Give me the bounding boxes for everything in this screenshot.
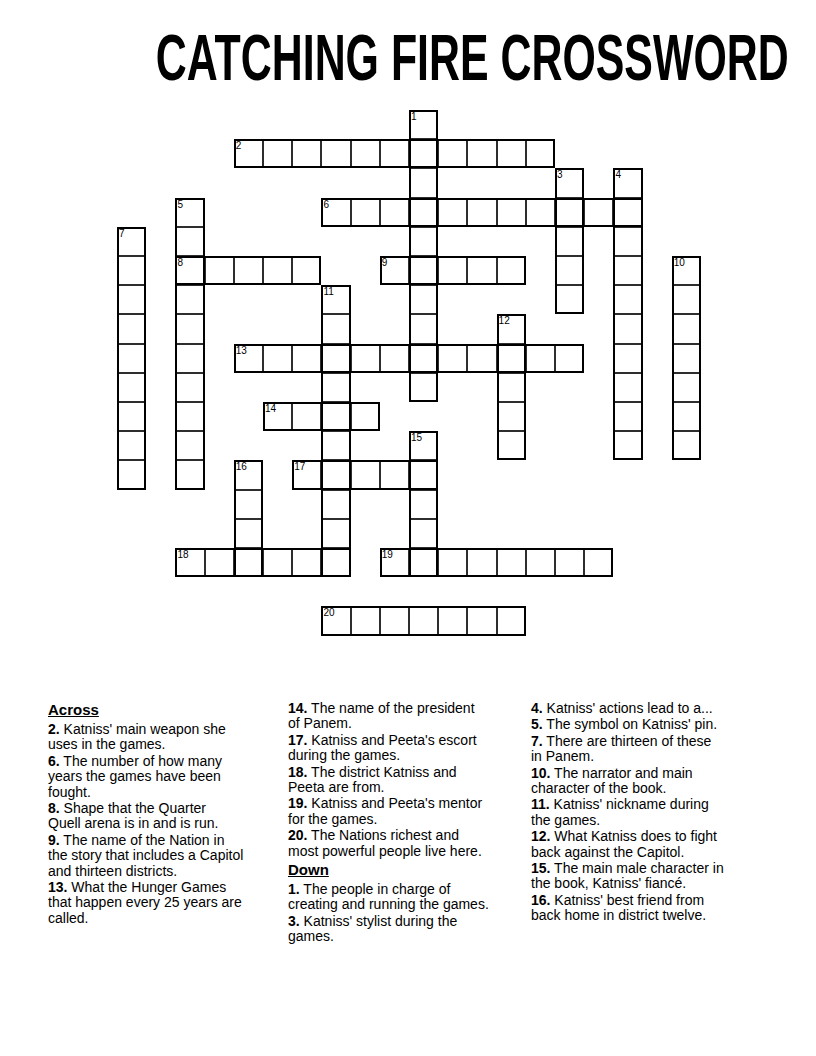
grid-cell-r14c4[interactable] <box>234 519 263 548</box>
grid-cell-r8c0[interactable] <box>117 344 146 373</box>
grid-cell-r9c13[interactable] <box>497 373 526 402</box>
grid-cell-r3c10[interactable] <box>409 198 438 227</box>
cell-number-17: 17 <box>294 461 305 472</box>
grid-cell-r1c7[interactable] <box>321 139 350 168</box>
grid-cell-r3c15[interactable] <box>555 198 584 227</box>
grid-cell-r10c19[interactable] <box>672 402 701 431</box>
grid-cell-r17c13[interactable] <box>497 606 526 635</box>
grid-cell-r9c17[interactable] <box>613 373 642 402</box>
clue-number-label: 10. <box>531 765 550 781</box>
crossword-worksheet: CATCHING FIRE CROSSWORD 1234567891011121… <box>0 0 816 1056</box>
clue-down-5: 5. The symbol on Katniss' pin. <box>531 717 769 732</box>
clue-across-19: 19. Katniss and Peeta's mentor for the g… <box>288 796 526 827</box>
grid-cell-r15c5[interactable] <box>263 548 292 577</box>
clue-column-1: Across2. Katniss' main weapon she uses i… <box>48 701 286 927</box>
grid-cell-r15c4[interactable] <box>234 548 263 577</box>
grid-cell-r8c8[interactable] <box>351 344 380 373</box>
down-header: Down <box>288 861 526 878</box>
grid-cell-r3c13[interactable] <box>497 198 526 227</box>
grid-cell-r9c2[interactable] <box>175 373 204 402</box>
clue-across-9: 9. The name of the Nation in the story t… <box>48 833 286 879</box>
grid-cell-r6c17[interactable] <box>613 285 642 314</box>
clue-across-6: 6. The number of how many years the game… <box>48 754 286 800</box>
clue-number-label: 18. <box>288 764 307 780</box>
grid-cell-r15c7[interactable] <box>321 548 350 577</box>
clue-number-label: 17. <box>288 732 307 748</box>
clue-number-label: 20. <box>288 827 307 843</box>
clue-across-13: 13. What the Hunger Games that happen ev… <box>48 880 286 926</box>
grid-cell-r15c12[interactable] <box>467 548 496 577</box>
grid-cell-r5c10[interactable] <box>409 256 438 285</box>
grid-cell-r1c6[interactable] <box>292 139 321 168</box>
cell-number-2: 2 <box>236 140 242 151</box>
grid-cell-r5c3[interactable] <box>205 256 234 285</box>
grid-cell-r13c7[interactable] <box>321 490 350 519</box>
grid-cell-r8c2[interactable] <box>175 344 204 373</box>
grid-cell-r5c12[interactable] <box>467 256 496 285</box>
cell-number-8: 8 <box>177 257 183 268</box>
grid-cell-r10c13[interactable] <box>497 402 526 431</box>
grid-cell-r10c8[interactable] <box>351 402 380 431</box>
cell-number-12: 12 <box>499 315 510 326</box>
clue-number-label: 1. <box>288 881 300 897</box>
clue-number-label: 6. <box>48 753 60 769</box>
grid-cell-r15c13[interactable] <box>497 548 526 577</box>
clue-number-label: 5. <box>531 716 543 732</box>
clue-across-14: 14. The name of the president of Panem. <box>288 701 526 732</box>
clue-number-label: 8. <box>48 800 60 816</box>
grid-cell-r9c19[interactable] <box>672 373 701 402</box>
grid-cell-r11c0[interactable] <box>117 431 146 460</box>
clue-number-label: 13. <box>48 879 67 895</box>
grid-cell-r5c15[interactable] <box>555 256 584 285</box>
clue-number-label: 11. <box>531 796 550 812</box>
clue-number-label: 14. <box>288 700 307 716</box>
grid-cell-r6c19[interactable] <box>672 285 701 314</box>
grid-cell-r15c16[interactable] <box>584 548 613 577</box>
clue-down-7: 7. There are thirteen of these in Panem. <box>531 734 769 765</box>
grid-cell-r5c4[interactable] <box>234 256 263 285</box>
cell-number-19: 19 <box>382 549 393 560</box>
title-wrap: CATCHING FIRE CROSSWORD <box>0 26 816 90</box>
grid-cell-r14c7[interactable] <box>321 519 350 548</box>
grid-cell-r17c11[interactable] <box>438 606 467 635</box>
grid-cell-r10c6[interactable] <box>292 402 321 431</box>
grid-cell-r6c15[interactable] <box>555 285 584 314</box>
grid-cell-r11c19[interactable] <box>672 431 701 460</box>
clue-number-label: 7. <box>531 733 543 749</box>
clue-number-label: 3. <box>288 913 300 929</box>
grid-cell-r3c9[interactable] <box>380 198 409 227</box>
grid-cell-r7c19[interactable] <box>672 314 701 343</box>
grid-cell-r11c13[interactable] <box>497 431 526 460</box>
grid-cell-r1c5[interactable] <box>263 139 292 168</box>
clue-number-label: 15. <box>531 860 550 876</box>
clue-number-label: 19. <box>288 795 307 811</box>
grid-cell-r8c12[interactable] <box>467 344 496 373</box>
cell-number-9: 9 <box>382 257 388 268</box>
grid-cell-r11c7[interactable] <box>321 431 350 460</box>
clue-down-11: 11. Katniss' nickname during the games. <box>531 797 769 828</box>
across-header: Across <box>48 701 286 718</box>
grid-cell-r12c9[interactable] <box>380 460 409 489</box>
grid-cell-r5c0[interactable] <box>117 256 146 285</box>
grid-cell-r1c12[interactable] <box>467 139 496 168</box>
grid-cell-r3c14[interactable] <box>526 198 555 227</box>
clue-down-16: 16. Katniss' best friend from back home … <box>531 893 769 924</box>
clue-number-label: 4. <box>531 700 543 716</box>
grid-cell-r17c9[interactable] <box>380 606 409 635</box>
grid-cell-r6c0[interactable] <box>117 285 146 314</box>
grid-cell-r2c10[interactable] <box>409 168 438 197</box>
clue-down-1: 1. The people in charge of creating and … <box>288 882 526 913</box>
cell-number-13: 13 <box>236 345 247 356</box>
grid-cell-r11c2[interactable] <box>175 431 204 460</box>
clue-across-17: 17. Katniss and Peeta's escort during th… <box>288 733 526 764</box>
clue-across-8: 8. Shape that the Quarter Quell arena is… <box>48 801 286 832</box>
grid-cell-r8c6[interactable] <box>292 344 321 373</box>
grid-cell-r3c16[interactable] <box>584 198 613 227</box>
cell-number-16: 16 <box>236 461 247 472</box>
grid-cell-r15c15[interactable] <box>555 548 584 577</box>
grid-cell-r5c11[interactable] <box>438 256 467 285</box>
cell-number-7: 7 <box>119 228 125 239</box>
grid-cell-r11c17[interactable] <box>613 431 642 460</box>
grid-cell-r8c5[interactable] <box>263 344 292 373</box>
grid-cell-r1c13[interactable] <box>497 139 526 168</box>
grid-cell-r6c10[interactable] <box>409 285 438 314</box>
grid-cell-r15c3[interactable] <box>205 548 234 577</box>
clue-number-label: 16. <box>531 892 550 908</box>
grid-cell-r5c5[interactable] <box>263 256 292 285</box>
grid-cell-r8c11[interactable] <box>438 344 467 373</box>
grid-cell-r14c10[interactable] <box>409 519 438 548</box>
clue-number-label: 2. <box>48 721 60 737</box>
cell-number-10: 10 <box>674 257 685 268</box>
grid-cell-r4c2[interactable] <box>175 227 204 256</box>
page-title: CATCHING FIRE CROSSWORD <box>156 26 789 90</box>
clue-down-3: 3. Katniss' stylist during the games. <box>288 914 526 945</box>
grid-cell-r12c10[interactable] <box>409 460 438 489</box>
grid-cell-r1c9[interactable] <box>380 139 409 168</box>
grid-cell-r1c14[interactable] <box>526 139 555 168</box>
cell-number-20: 20 <box>323 607 334 618</box>
grid-cell-r10c2[interactable] <box>175 402 204 431</box>
grid-cell-r7c10[interactable] <box>409 314 438 343</box>
crossword-grid: 1234567891011121314151617181920 <box>117 110 701 636</box>
grid-cell-r8c17[interactable] <box>613 344 642 373</box>
grid-cell-r7c7[interactable] <box>321 314 350 343</box>
grid-cell-r8c10[interactable] <box>409 344 438 373</box>
grid-cell-r4c10[interactable] <box>409 227 438 256</box>
grid-cell-r13c10[interactable] <box>409 490 438 519</box>
grid-cell-r3c11[interactable] <box>438 198 467 227</box>
cell-number-5: 5 <box>177 199 183 210</box>
grid-cell-r15c11[interactable] <box>438 548 467 577</box>
grid-cell-r5c17[interactable] <box>613 256 642 285</box>
cell-number-3: 3 <box>557 169 563 180</box>
grid-cell-r12c2[interactable] <box>175 460 204 489</box>
grid-cell-r13c4[interactable] <box>234 490 263 519</box>
grid-cell-r7c0[interactable] <box>117 314 146 343</box>
grid-cell-r8c19[interactable] <box>672 344 701 373</box>
grid-cell-r4c17[interactable] <box>613 227 642 256</box>
grid-cell-r1c11[interactable] <box>438 139 467 168</box>
clue-column-2: 14. The name of the president of Panem.1… <box>288 701 526 946</box>
grid-cell-r7c17[interactable] <box>613 314 642 343</box>
clue-down-12: 12. What Katniss does to fight back agai… <box>531 829 769 860</box>
grid-cell-r15c14[interactable] <box>526 548 555 577</box>
grid-cell-r3c8[interactable] <box>351 198 380 227</box>
grid-cell-r10c7[interactable] <box>321 402 350 431</box>
cell-number-14: 14 <box>265 403 276 414</box>
grid-cell-r15c6[interactable] <box>292 548 321 577</box>
cell-number-11: 11 <box>323 286 333 297</box>
clue-across-18: 18. The district Katniss and Peeta are f… <box>288 765 526 796</box>
cell-number-15: 15 <box>411 432 422 443</box>
clue-number-label: 12. <box>531 828 550 844</box>
cell-number-1: 1 <box>411 111 417 122</box>
grid-cell-r12c8[interactable] <box>351 460 380 489</box>
grid-cell-r4c15[interactable] <box>555 227 584 256</box>
clue-down-4: 4. Katniss' actions lead to a... <box>531 701 769 716</box>
clue-number-label: 9. <box>48 832 60 848</box>
grid-cell-r9c10[interactable] <box>409 373 438 402</box>
grid-cell-r10c0[interactable] <box>117 402 146 431</box>
grid-cell-r15c10[interactable] <box>409 548 438 577</box>
grid-cell-r17c8[interactable] <box>351 606 380 635</box>
grid-cell-r9c0[interactable] <box>117 373 146 402</box>
grid-cell-r10c17[interactable] <box>613 402 642 431</box>
clue-across-2: 2. Katniss' main weapon she uses in the … <box>48 722 286 753</box>
grid-cell-r6c2[interactable] <box>175 285 204 314</box>
grid-cell-r8c13[interactable] <box>497 344 526 373</box>
cell-number-4: 4 <box>615 169 621 180</box>
grid-cell-r8c9[interactable] <box>380 344 409 373</box>
grid-cell-r7c2[interactable] <box>175 314 204 343</box>
grid-cell-r12c7[interactable] <box>321 460 350 489</box>
grid-cell-r9c7[interactable] <box>321 373 350 402</box>
grid-cell-r17c12[interactable] <box>467 606 496 635</box>
grid-cell-r12c0[interactable] <box>117 460 146 489</box>
grid-cell-r1c8[interactable] <box>351 139 380 168</box>
grid-cell-r3c12[interactable] <box>467 198 496 227</box>
grid-cell-r8c7[interactable] <box>321 344 350 373</box>
grid-cell-r1c10[interactable] <box>409 139 438 168</box>
cell-number-18: 18 <box>177 549 188 560</box>
cell-number-6: 6 <box>323 199 329 210</box>
clue-down-10: 10. The narrator and main character of t… <box>531 766 769 797</box>
grid-cell-r8c14[interactable] <box>526 344 555 373</box>
clue-across-20: 20. The Nations richest and most powerfu… <box>288 828 526 859</box>
grid-cell-r8c15[interactable] <box>555 344 584 373</box>
clue-down-15: 15. The main male character in the book,… <box>531 861 769 892</box>
grid-cell-r5c6[interactable] <box>292 256 321 285</box>
grid-cell-r17c10[interactable] <box>409 606 438 635</box>
clue-column-3: 4. Katniss' actions lead to a...5. The s… <box>531 701 769 925</box>
grid-cell-r5c13[interactable] <box>497 256 526 285</box>
grid-cell-r3c17[interactable] <box>613 198 642 227</box>
